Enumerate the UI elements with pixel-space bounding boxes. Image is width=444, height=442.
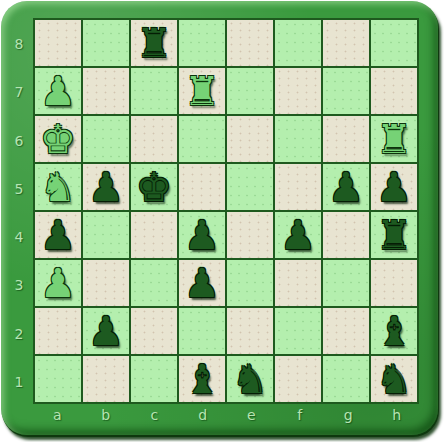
square-d1[interactable]: ♝ [179, 356, 225, 402]
piece-black-pawn[interactable]: ♟ [35, 212, 81, 258]
piece-black-pawn[interactable]: ♟ [275, 212, 321, 258]
square-f4[interactable]: ♟ [275, 212, 321, 258]
piece-white-pawn[interactable]: ♟ [35, 68, 81, 114]
rank-label-1: 1 [7, 358, 31, 406]
file-label-a: a [33, 405, 82, 425]
chess-app-canvas: 87654321 abcdefgh ♜♟♜♚♜♞♟♚♟♟♟♟♟♜♟♟♟♝♝♞♞ [0, 0, 444, 442]
square-c6[interactable] [131, 116, 177, 162]
file-label-d: d [179, 405, 228, 425]
chess-board: ♜♟♜♚♜♞♟♚♟♟♟♟♟♜♟♟♟♝♝♞♞ [33, 18, 419, 404]
square-f2[interactable] [275, 308, 321, 354]
piece-white-king[interactable]: ♚ [35, 116, 81, 162]
file-label-c: c [130, 405, 179, 425]
piece-black-bishop[interactable]: ♝ [179, 356, 225, 402]
square-g1[interactable] [323, 356, 369, 402]
square-b3[interactable] [83, 260, 129, 306]
square-d6[interactable] [179, 116, 225, 162]
piece-black-king[interactable]: ♚ [131, 164, 177, 210]
square-h6[interactable]: ♜ [371, 116, 417, 162]
square-g3[interactable] [323, 260, 369, 306]
square-g4[interactable] [323, 212, 369, 258]
square-g5[interactable]: ♟ [323, 164, 369, 210]
square-b6[interactable] [83, 116, 129, 162]
piece-black-pawn[interactable]: ♟ [323, 164, 369, 210]
square-d7[interactable]: ♜ [179, 68, 225, 114]
file-label-h: h [373, 405, 422, 425]
square-g7[interactable] [323, 68, 369, 114]
piece-black-knight[interactable]: ♞ [227, 356, 273, 402]
square-d2[interactable] [179, 308, 225, 354]
square-f1[interactable] [275, 356, 321, 402]
square-c1[interactable] [131, 356, 177, 402]
square-c5[interactable]: ♚ [131, 164, 177, 210]
square-c3[interactable] [131, 260, 177, 306]
piece-white-knight[interactable]: ♞ [35, 164, 81, 210]
file-label-b: b [82, 405, 131, 425]
rank-label-7: 7 [7, 68, 31, 116]
file-label-f: f [276, 405, 325, 425]
rank-label-3: 3 [7, 261, 31, 309]
square-d4[interactable]: ♟ [179, 212, 225, 258]
square-h3[interactable] [371, 260, 417, 306]
piece-black-rook[interactable]: ♜ [131, 20, 177, 66]
square-b1[interactable] [83, 356, 129, 402]
piece-black-pawn[interactable]: ♟ [83, 164, 129, 210]
square-f5[interactable] [275, 164, 321, 210]
square-h2[interactable]: ♝ [371, 308, 417, 354]
square-g8[interactable] [323, 20, 369, 66]
piece-black-pawn[interactable]: ♟ [83, 308, 129, 354]
square-b2[interactable]: ♟ [83, 308, 129, 354]
square-a8[interactable] [35, 20, 81, 66]
square-c2[interactable] [131, 308, 177, 354]
piece-black-pawn[interactable]: ♟ [179, 260, 225, 306]
rank-label-2: 2 [7, 310, 31, 358]
square-f7[interactable] [275, 68, 321, 114]
square-e8[interactable] [227, 20, 273, 66]
piece-white-rook[interactable]: ♜ [179, 68, 225, 114]
rank-label-4: 4 [7, 213, 31, 261]
square-e6[interactable] [227, 116, 273, 162]
square-e5[interactable] [227, 164, 273, 210]
piece-black-knight[interactable]: ♞ [371, 356, 417, 402]
square-e3[interactable] [227, 260, 273, 306]
square-a6[interactable]: ♚ [35, 116, 81, 162]
file-label-e: e [227, 405, 276, 425]
square-e4[interactable] [227, 212, 273, 258]
piece-white-pawn[interactable]: ♟ [35, 260, 81, 306]
square-h4[interactable]: ♜ [371, 212, 417, 258]
square-a3[interactable]: ♟ [35, 260, 81, 306]
square-g6[interactable] [323, 116, 369, 162]
square-b7[interactable] [83, 68, 129, 114]
square-h8[interactable] [371, 20, 417, 66]
square-h5[interactable]: ♟ [371, 164, 417, 210]
rank-labels: 87654321 [7, 20, 31, 406]
square-c8[interactable]: ♜ [131, 20, 177, 66]
piece-black-rook[interactable]: ♜ [371, 212, 417, 258]
square-f8[interactable] [275, 20, 321, 66]
file-labels: abcdefgh [33, 405, 421, 425]
square-c7[interactable] [131, 68, 177, 114]
square-h1[interactable]: ♞ [371, 356, 417, 402]
square-a4[interactable]: ♟ [35, 212, 81, 258]
square-b5[interactable]: ♟ [83, 164, 129, 210]
rank-label-6: 6 [7, 117, 31, 165]
square-e7[interactable] [227, 68, 273, 114]
piece-black-bishop[interactable]: ♝ [371, 308, 417, 354]
square-f6[interactable] [275, 116, 321, 162]
square-a5[interactable]: ♞ [35, 164, 81, 210]
square-g2[interactable] [323, 308, 369, 354]
rank-label-8: 8 [7, 20, 31, 68]
square-a1[interactable] [35, 356, 81, 402]
square-e1[interactable]: ♞ [227, 356, 273, 402]
piece-white-rook[interactable]: ♜ [371, 116, 417, 162]
square-d5[interactable] [179, 164, 225, 210]
square-e2[interactable] [227, 308, 273, 354]
square-c4[interactable] [131, 212, 177, 258]
piece-black-pawn[interactable]: ♟ [371, 164, 417, 210]
square-a7[interactable]: ♟ [35, 68, 81, 114]
square-h7[interactable] [371, 68, 417, 114]
square-b8[interactable] [83, 20, 129, 66]
square-d8[interactable] [179, 20, 225, 66]
file-label-g: g [324, 405, 373, 425]
square-a2[interactable] [35, 308, 81, 354]
rank-label-5: 5 [7, 165, 31, 213]
square-f3[interactable] [275, 260, 321, 306]
square-d3[interactable]: ♟ [179, 260, 225, 306]
piece-black-pawn[interactable]: ♟ [179, 212, 225, 258]
square-b4[interactable] [83, 212, 129, 258]
